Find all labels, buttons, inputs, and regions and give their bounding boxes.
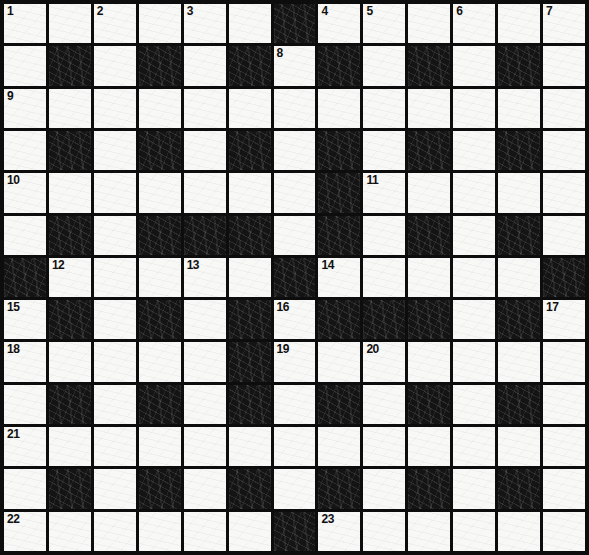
clue-number: 6	[456, 5, 462, 18]
white-cell[interactable]	[229, 427, 271, 466]
white-cell[interactable]	[363, 46, 405, 85]
white-cell[interactable]	[453, 89, 495, 128]
black-cell	[49, 46, 91, 85]
black-cell	[139, 300, 181, 339]
crossword-board: 1234567891011121314151617181920212223	[0, 0, 589, 555]
clue-number: 20	[366, 343, 378, 356]
white-cell[interactable]: 20	[363, 342, 405, 381]
white-cell[interactable]	[543, 512, 585, 551]
clue-number: 19	[277, 343, 289, 356]
white-cell[interactable]	[453, 469, 495, 508]
white-cell[interactable]	[184, 300, 226, 339]
white-cell[interactable]	[184, 469, 226, 508]
black-cell	[139, 385, 181, 424]
white-cell[interactable]	[94, 173, 136, 212]
white-cell[interactable]: 1	[4, 4, 46, 43]
clue-number: 1	[7, 5, 13, 18]
black-cell	[408, 469, 450, 508]
white-cell[interactable]	[274, 173, 316, 212]
white-cell[interactable]	[543, 131, 585, 170]
white-cell[interactable]: 18	[4, 342, 46, 381]
white-cell[interactable]	[408, 342, 450, 381]
black-cell	[318, 300, 360, 339]
white-cell[interactable]: 12	[49, 258, 91, 297]
white-cell[interactable]: 19	[274, 342, 316, 381]
white-cell[interactable]	[229, 89, 271, 128]
white-cell[interactable]	[453, 46, 495, 85]
white-cell[interactable]	[408, 258, 450, 297]
white-cell[interactable]	[363, 89, 405, 128]
black-cell	[274, 4, 316, 43]
clue-number: 12	[52, 259, 64, 272]
white-cell[interactable]	[49, 342, 91, 381]
clue-number: 11	[366, 174, 378, 187]
white-cell[interactable]	[453, 216, 495, 255]
white-cell[interactable]	[274, 89, 316, 128]
white-cell[interactable]	[94, 131, 136, 170]
white-cell[interactable]: 9	[4, 89, 46, 128]
black-cell	[318, 469, 360, 508]
white-cell[interactable]	[543, 216, 585, 255]
white-cell[interactable]: 8	[274, 46, 316, 85]
white-cell[interactable]	[408, 4, 450, 43]
white-cell[interactable]	[453, 342, 495, 381]
white-cell[interactable]	[94, 512, 136, 551]
black-cell	[139, 46, 181, 85]
clue-number: 14	[321, 259, 333, 272]
white-cell[interactable]: 17	[543, 300, 585, 339]
white-cell[interactable]	[184, 385, 226, 424]
black-cell	[498, 469, 540, 508]
clue-number: 22	[7, 513, 19, 526]
white-cell[interactable]	[229, 173, 271, 212]
black-cell	[229, 46, 271, 85]
white-cell[interactable]: 6	[453, 4, 495, 43]
white-cell[interactable]	[94, 385, 136, 424]
black-cell	[49, 216, 91, 255]
white-cell[interactable]	[4, 385, 46, 424]
black-cell	[498, 131, 540, 170]
black-cell	[318, 131, 360, 170]
white-cell[interactable]	[4, 46, 46, 85]
black-cell	[498, 46, 540, 85]
white-cell[interactable]	[408, 89, 450, 128]
black-cell	[49, 469, 91, 508]
black-cell	[139, 131, 181, 170]
black-cell	[408, 46, 450, 85]
white-cell[interactable]	[498, 512, 540, 551]
clue-number: 5	[366, 5, 372, 18]
white-cell[interactable]	[4, 469, 46, 508]
white-cell[interactable]	[453, 173, 495, 212]
black-cell	[274, 258, 316, 297]
white-cell[interactable]: 7	[543, 4, 585, 43]
white-cell[interactable]	[543, 89, 585, 128]
white-cell[interactable]	[498, 4, 540, 43]
black-cell	[408, 300, 450, 339]
white-cell[interactable]	[453, 427, 495, 466]
clue-number: 4	[321, 5, 327, 18]
white-cell[interactable]	[498, 173, 540, 212]
white-cell[interactable]	[139, 173, 181, 212]
white-cell[interactable]	[543, 427, 585, 466]
black-cell	[408, 385, 450, 424]
white-cell[interactable]	[94, 469, 136, 508]
white-cell[interactable]	[139, 342, 181, 381]
white-cell[interactable]	[363, 131, 405, 170]
white-cell[interactable]	[184, 173, 226, 212]
white-cell[interactable]	[363, 427, 405, 466]
black-cell	[408, 131, 450, 170]
white-cell[interactable]	[139, 512, 181, 551]
clue-number: 3	[187, 5, 193, 18]
white-cell[interactable]	[453, 258, 495, 297]
white-cell[interactable]	[94, 258, 136, 297]
white-cell[interactable]	[543, 173, 585, 212]
clue-number: 9	[7, 90, 13, 103]
white-cell[interactable]	[139, 258, 181, 297]
clue-number: 16	[277, 301, 289, 314]
black-cell	[139, 469, 181, 508]
white-cell[interactable]	[139, 4, 181, 43]
white-cell[interactable]	[318, 342, 360, 381]
white-cell[interactable]: 14	[318, 258, 360, 297]
white-cell[interactable]: 21	[4, 427, 46, 466]
black-cell	[49, 300, 91, 339]
white-cell[interactable]	[94, 427, 136, 466]
white-cell[interactable]	[318, 89, 360, 128]
black-cell	[318, 385, 360, 424]
white-cell[interactable]	[408, 427, 450, 466]
white-cell[interactable]	[498, 427, 540, 466]
white-cell[interactable]	[139, 89, 181, 128]
white-cell[interactable]	[274, 385, 316, 424]
clue-number: 8	[277, 47, 283, 60]
white-cell[interactable]	[229, 4, 271, 43]
clue-number: 13	[187, 259, 199, 272]
white-cell[interactable]: 2	[94, 4, 136, 43]
white-cell[interactable]: 22	[4, 512, 46, 551]
black-cell	[49, 131, 91, 170]
white-cell[interactable]: 11	[363, 173, 405, 212]
clue-number: 7	[546, 5, 552, 18]
white-cell[interactable]	[94, 300, 136, 339]
white-cell[interactable]	[49, 427, 91, 466]
white-cell[interactable]	[184, 89, 226, 128]
black-cell	[363, 300, 405, 339]
white-cell[interactable]	[184, 512, 226, 551]
white-cell[interactable]	[184, 46, 226, 85]
white-cell[interactable]: 10	[4, 173, 46, 212]
black-cell	[229, 469, 271, 508]
black-cell	[498, 385, 540, 424]
white-cell[interactable]	[453, 300, 495, 339]
white-cell[interactable]	[363, 469, 405, 508]
white-cell[interactable]: 13	[184, 258, 226, 297]
white-cell[interactable]	[274, 469, 316, 508]
black-cell	[229, 342, 271, 381]
white-cell[interactable]	[543, 46, 585, 85]
black-cell	[408, 216, 450, 255]
black-cell	[318, 46, 360, 85]
white-cell[interactable]	[453, 512, 495, 551]
white-cell[interactable]	[94, 216, 136, 255]
white-cell[interactable]	[229, 512, 271, 551]
white-cell[interactable]	[184, 427, 226, 466]
white-cell[interactable]	[229, 258, 271, 297]
white-cell[interactable]	[184, 131, 226, 170]
white-cell[interactable]: 16	[274, 300, 316, 339]
white-cell[interactable]	[498, 89, 540, 128]
white-cell[interactable]	[274, 131, 316, 170]
white-cell[interactable]: 15	[4, 300, 46, 339]
black-cell	[184, 216, 226, 255]
white-cell[interactable]	[49, 4, 91, 43]
white-cell[interactable]: 23	[318, 512, 360, 551]
white-cell[interactable]	[94, 89, 136, 128]
black-cell	[498, 300, 540, 339]
white-cell[interactable]	[408, 512, 450, 551]
clue-number: 21	[7, 428, 19, 441]
black-cell	[543, 258, 585, 297]
white-cell[interactable]	[94, 46, 136, 85]
white-cell[interactable]	[453, 385, 495, 424]
white-cell[interactable]	[4, 131, 46, 170]
white-cell[interactable]: 5	[363, 4, 405, 43]
black-cell	[229, 300, 271, 339]
white-cell[interactable]	[408, 173, 450, 212]
black-cell	[318, 216, 360, 255]
white-cell[interactable]	[184, 342, 226, 381]
white-cell[interactable]	[363, 385, 405, 424]
white-cell[interactable]	[453, 131, 495, 170]
white-cell[interactable]: 4	[318, 4, 360, 43]
white-cell[interactable]	[363, 258, 405, 297]
white-cell[interactable]	[543, 385, 585, 424]
clue-number: 10	[7, 174, 19, 187]
clue-number: 23	[321, 513, 333, 526]
clue-number: 18	[7, 343, 19, 356]
white-cell[interactable]: 3	[184, 4, 226, 43]
white-cell[interactable]	[49, 173, 91, 212]
black-cell	[49, 385, 91, 424]
black-cell	[229, 385, 271, 424]
white-cell[interactable]	[94, 342, 136, 381]
black-cell	[498, 216, 540, 255]
black-cell	[139, 216, 181, 255]
white-cell[interactable]	[274, 216, 316, 255]
white-cell[interactable]	[543, 469, 585, 508]
black-cell	[4, 258, 46, 297]
white-cell[interactable]	[543, 342, 585, 381]
clue-number: 17	[546, 301, 558, 314]
clue-number: 15	[7, 301, 19, 314]
black-cell	[318, 173, 360, 212]
white-cell[interactable]	[49, 89, 91, 128]
white-cell[interactable]	[139, 427, 181, 466]
white-cell[interactable]	[498, 258, 540, 297]
black-cell	[229, 216, 271, 255]
white-cell[interactable]	[498, 342, 540, 381]
white-cell[interactable]	[274, 427, 316, 466]
black-cell	[274, 512, 316, 551]
white-cell[interactable]	[363, 216, 405, 255]
white-cell[interactable]	[4, 216, 46, 255]
white-cell[interactable]	[363, 512, 405, 551]
black-cell	[229, 131, 271, 170]
white-cell[interactable]	[318, 427, 360, 466]
clue-number: 2	[97, 5, 103, 18]
white-cell[interactable]	[49, 512, 91, 551]
